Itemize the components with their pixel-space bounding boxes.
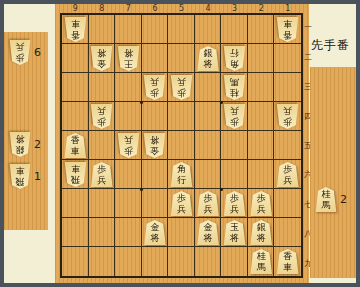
shogi-piece-gote[interactable]: 歩兵 bbox=[276, 104, 299, 129]
window-frame: 987654321 一二三四五六七八九 香車香車金将王将銀将角行歩兵歩兵桂馬歩兵… bbox=[0, 0, 360, 287]
gote-captured-stand: 歩兵6銀将2飛車1 bbox=[4, 32, 48, 230]
shogi-piece-gote[interactable]: 飛車 bbox=[64, 162, 87, 187]
shogi-piece-gote[interactable]: 香車 bbox=[276, 17, 299, 42]
file-label: 4 bbox=[195, 4, 222, 13]
hoshi-dot bbox=[220, 101, 223, 104]
hoshi-dot bbox=[140, 188, 143, 191]
shogi-piece-sente[interactable]: 香車 bbox=[64, 133, 87, 158]
shogi-piece-gote[interactable]: 王将 bbox=[117, 46, 140, 71]
hand-piece-count: 2 bbox=[340, 193, 347, 206]
shogi-piece-gote[interactable]: 角行 bbox=[223, 46, 246, 71]
shogi-piece-sente[interactable]: 角行 bbox=[170, 162, 193, 187]
shogi-piece-gote[interactable]: 歩兵 bbox=[9, 40, 31, 65]
shogi-piece-gote[interactable]: 金将 bbox=[90, 46, 113, 71]
sente-captured-stand: 桂馬2 bbox=[310, 67, 356, 278]
file-labels: 987654321 bbox=[62, 4, 301, 13]
shogi-piece-gote[interactable]: 歩兵 bbox=[223, 104, 246, 129]
board-pieces-layer: 香車香車金将王将銀将角行歩兵歩兵桂馬歩兵歩兵歩兵香車歩兵金将飛車歩兵角行歩兵歩兵… bbox=[62, 15, 301, 276]
shogi-piece-sente[interactable]: 歩兵 bbox=[276, 162, 299, 187]
shogi-piece-sente[interactable]: 香車 bbox=[276, 249, 299, 274]
shogi-piece-gote[interactable]: 銀将 bbox=[9, 132, 31, 157]
shogi-piece-gote[interactable]: 歩兵 bbox=[90, 104, 113, 129]
shogi-piece-sente[interactable]: 桂馬 bbox=[250, 249, 273, 274]
shogi-piece-sente[interactable]: 銀将 bbox=[250, 220, 273, 245]
file-label: 8 bbox=[89, 4, 116, 13]
shogi-piece-sente[interactable]: 金将 bbox=[143, 220, 166, 245]
shogi-piece-sente[interactable]: 歩兵 bbox=[170, 191, 193, 216]
shogi-piece-sente[interactable]: 桂馬 bbox=[315, 187, 337, 212]
hand-piece-count: 6 bbox=[34, 46, 41, 59]
hoshi-dot bbox=[220, 188, 223, 191]
shogi-piece-gote[interactable]: 歩兵 bbox=[143, 75, 166, 100]
shogi-piece-gote[interactable]: 歩兵 bbox=[117, 133, 140, 158]
viewer-panel: 987654321 一二三四五六七八九 香車香車金将王将銀将角行歩兵歩兵桂馬歩兵… bbox=[4, 4, 356, 283]
hoshi-dot bbox=[140, 101, 143, 104]
hand-piece-count: 1 bbox=[34, 170, 41, 183]
file-label: 5 bbox=[168, 4, 195, 13]
shogi-piece-sente[interactable]: 銀将 bbox=[197, 46, 220, 71]
shogi-piece-sente[interactable]: 歩兵 bbox=[250, 191, 273, 216]
file-label: 9 bbox=[62, 4, 89, 13]
shogi-piece-sente[interactable]: 歩兵 bbox=[90, 162, 113, 187]
shogi-piece-sente[interactable]: 金将 bbox=[197, 220, 220, 245]
shogi-piece-gote[interactable]: 飛車 bbox=[9, 164, 31, 189]
shogi-piece-sente[interactable]: 玉将 bbox=[223, 220, 246, 245]
file-label: 6 bbox=[142, 4, 169, 13]
hand-piece-count: 2 bbox=[34, 138, 41, 151]
shogi-piece-sente[interactable]: 歩兵 bbox=[223, 191, 246, 216]
turn-indicator: 先手番 bbox=[311, 37, 350, 54]
shogi-piece-gote[interactable]: 金将 bbox=[143, 133, 166, 158]
shogi-piece-gote[interactable]: 歩兵 bbox=[170, 75, 193, 100]
shogi-piece-gote[interactable]: 香車 bbox=[64, 17, 87, 42]
file-label: 2 bbox=[248, 4, 275, 13]
file-label: 1 bbox=[275, 4, 302, 13]
file-label: 7 bbox=[115, 4, 142, 13]
shogi-piece-sente[interactable]: 歩兵 bbox=[197, 191, 220, 216]
file-label: 3 bbox=[221, 4, 248, 13]
shogi-piece-gote[interactable]: 桂馬 bbox=[223, 75, 246, 100]
